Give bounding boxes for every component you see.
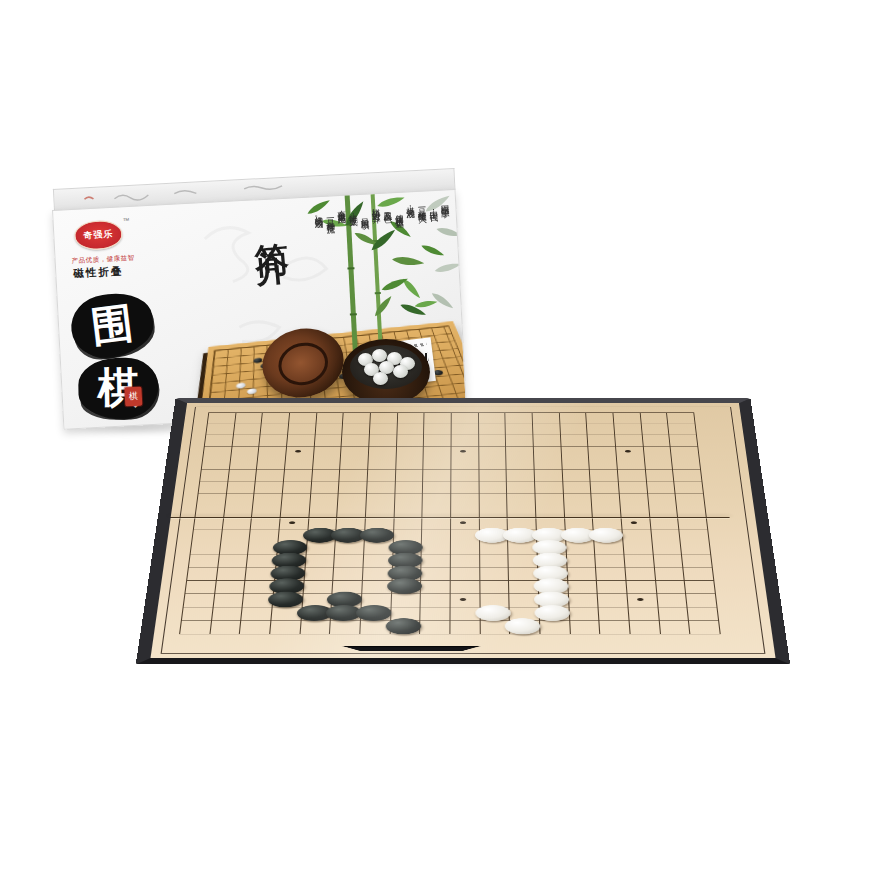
board-inner-border bbox=[161, 407, 766, 654]
star-point bbox=[460, 521, 466, 524]
brand-logo-text: 奇强乐 bbox=[83, 228, 114, 243]
star-point bbox=[460, 598, 466, 601]
title-char-wei: 围 bbox=[88, 295, 137, 356]
go-board-wrapper bbox=[155, 211, 745, 777]
fold-crease bbox=[171, 517, 730, 518]
artist-seal: 棋 bbox=[124, 387, 142, 407]
title-ink-blob-1: 围 bbox=[68, 289, 157, 361]
star-point bbox=[637, 598, 643, 601]
seal-char: 棋 bbox=[129, 390, 139, 403]
brand-logo: 奇强乐 bbox=[74, 219, 123, 250]
frame-notch bbox=[342, 646, 481, 651]
star-point bbox=[631, 521, 637, 524]
go-stone-black bbox=[356, 605, 392, 621]
star-point bbox=[625, 450, 631, 452]
trademark-symbol: ™ bbox=[122, 217, 129, 224]
star-point bbox=[460, 450, 466, 452]
go-board bbox=[136, 398, 790, 664]
title-ink-blob-2: 棋 bbox=[78, 357, 159, 418]
feature-label: 磁性折叠 bbox=[73, 264, 124, 281]
product-photo: 奇强乐 ™ 产品优质，健康益智 磁性折叠 围 棋 棋 简介 围棋起源于中国古代，… bbox=[0, 0, 883, 883]
go-stone-white bbox=[534, 605, 570, 621]
go-stone-black bbox=[387, 579, 422, 595]
go-stone-white bbox=[589, 528, 624, 543]
go-stone-black bbox=[360, 528, 395, 543]
go-stone-white bbox=[475, 605, 510, 621]
go-stone-black bbox=[385, 618, 421, 634]
brand-tagline: 产品优质，健康益智 bbox=[71, 254, 134, 266]
